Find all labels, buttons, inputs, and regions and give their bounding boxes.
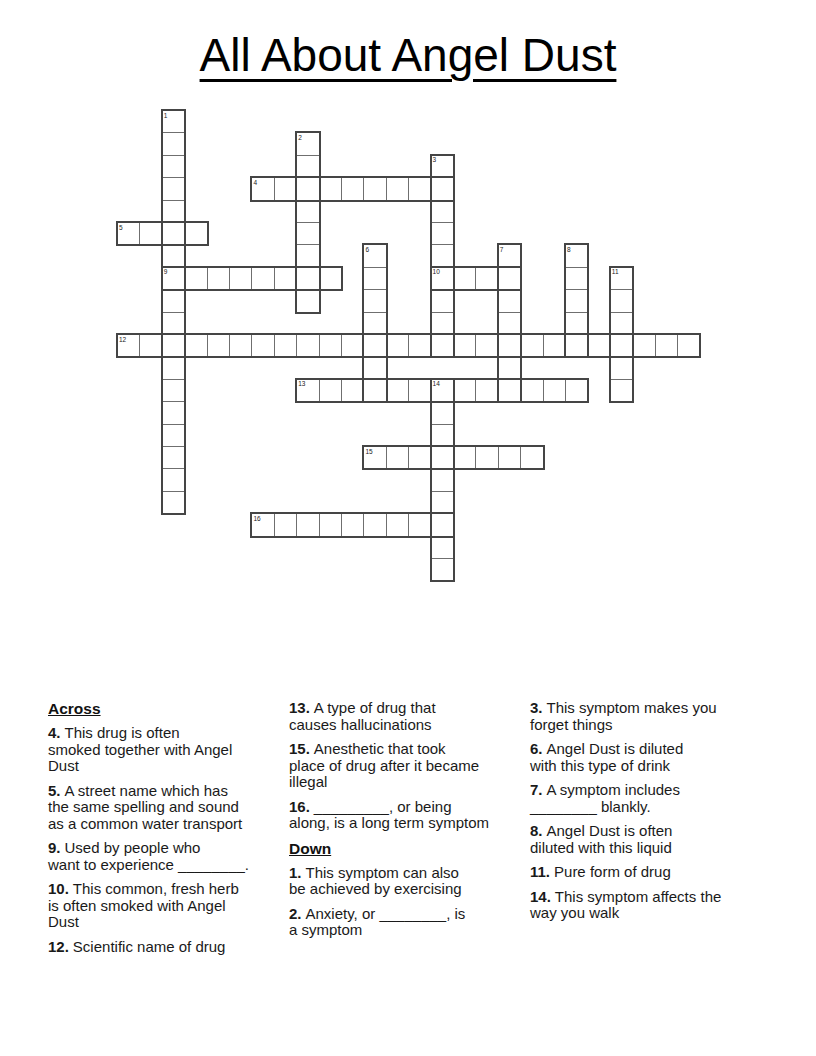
grid-cell[interactable] [431, 244, 454, 267]
clue-across-15: 15.Anesthetic that took place of drug af… [289, 741, 525, 791]
clue-text: This symptom affects the way you walk [530, 888, 721, 922]
grid-cell[interactable] [319, 334, 342, 357]
grid-cell[interactable] [565, 244, 588, 267]
grid-cell[interactable] [386, 513, 409, 536]
clue-across-5: 5.A street name which has the same spell… [48, 783, 284, 833]
grid-cell[interactable] [453, 267, 476, 290]
grid-cell[interactable] [520, 446, 543, 469]
grid-cell[interactable] [184, 222, 207, 245]
grid-cell[interactable] [162, 491, 185, 514]
crossword-worksheet-page: { "game": "crossword", "title": "All Abo… [0, 0, 816, 1056]
grid-cell[interactable] [162, 446, 185, 469]
grid-cell[interactable] [565, 379, 588, 402]
clue-number-label: 15. [289, 740, 310, 757]
grid-cell[interactable] [363, 267, 386, 290]
grid-cell[interactable] [498, 289, 521, 312]
clue-text: Anesthetic that took place of drug after… [289, 740, 479, 790]
clue-number-label: 6. [530, 740, 543, 757]
grid-cell[interactable] [296, 177, 319, 200]
grid-cell[interactable] [520, 379, 543, 402]
grid-cell[interactable] [319, 267, 342, 290]
grid-cell[interactable] [251, 267, 274, 290]
grid-cell[interactable] [162, 424, 185, 447]
grid-cell[interactable] [341, 513, 364, 536]
clue-across-12: 12.Scientific name of drug [48, 939, 284, 956]
grid-cell[interactable] [363, 289, 386, 312]
grid-cell[interactable] [498, 446, 521, 469]
grid-cell[interactable] [431, 379, 454, 402]
grid-cell[interactable] [610, 312, 633, 335]
clue-column-3: 3.This symptom makes you forget things6.… [530, 700, 766, 930]
grid-cell[interactable] [296, 200, 319, 223]
grid-cell[interactable] [431, 155, 454, 178]
grid-cell[interactable] [341, 334, 364, 357]
clue-text: A symptom includes ________ blankly. [530, 781, 680, 815]
grid-cell[interactable] [543, 379, 566, 402]
grid-cell[interactable] [498, 334, 521, 357]
grid-cell[interactable] [431, 446, 454, 469]
grid-cell[interactable] [431, 491, 454, 514]
grid-cell[interactable] [363, 244, 386, 267]
grid-cell[interactable] [431, 513, 454, 536]
clue-text: Used by people who want to experience __… [48, 839, 249, 873]
grid-cell[interactable] [274, 334, 297, 357]
clues-heading-down: Down [289, 840, 525, 858]
grid-cell[interactable] [498, 244, 521, 267]
clue-down-7: 7.A symptom includes ________ blankly. [530, 782, 766, 815]
grid-cell[interactable] [453, 379, 476, 402]
grid-cell[interactable] [386, 446, 409, 469]
clue-number-label: 2. [289, 905, 302, 922]
grid-cell[interactable] [431, 177, 454, 200]
clue-column-1: Across4.This drug is often smoked togeth… [48, 700, 284, 963]
grid-cell[interactable] [632, 334, 655, 357]
clue-number-label: 11. [530, 863, 550, 880]
clue-number-label: 10. [48, 880, 69, 897]
grid-cell[interactable] [565, 267, 588, 290]
grid-cell[interactable] [610, 334, 633, 357]
grid-cell[interactable] [431, 424, 454, 447]
grid-cell[interactable] [139, 334, 162, 357]
clue-number-label: 12. [48, 938, 69, 955]
clue-number-label: 7. [530, 781, 543, 798]
grid-cell[interactable] [363, 379, 386, 402]
grid-cell[interactable] [162, 379, 185, 402]
clue-text: This symptom makes you forget things [530, 699, 717, 733]
clue-text: This drug is often smoked together with … [48, 724, 232, 774]
grid-cell[interactable] [274, 267, 297, 290]
grid-cell[interactable] [363, 446, 386, 469]
clue-number-label: 4. [48, 724, 61, 741]
grid-cell[interactable] [162, 110, 185, 133]
clue-text: This symptom can also be achieved by exe… [289, 864, 462, 898]
grid-cell[interactable] [162, 155, 185, 178]
clue-text: Pure form of drug [554, 863, 671, 880]
grid-cell[interactable] [475, 267, 498, 290]
clue-text: This common, fresh herb is often smoked … [48, 880, 239, 930]
clues-heading-across: Across [48, 700, 284, 718]
grid-cell[interactable] [296, 334, 319, 357]
crossword-grid: 12345678910111213141516 [117, 110, 699, 580]
grid-cell[interactable] [274, 177, 297, 200]
grid-cell[interactable] [431, 289, 454, 312]
grid-cell[interactable] [677, 334, 700, 357]
grid-cell[interactable] [296, 132, 319, 155]
grid-cell[interactable] [498, 379, 521, 402]
grid-cell[interactable] [162, 289, 185, 312]
clue-down-6: 6.Angel Dust is diluted with this type o… [530, 741, 766, 774]
grid-cell[interactable] [610, 356, 633, 379]
clue-text: Angel Dust is often diluted with this li… [530, 822, 672, 856]
clue-down-2: 2.Anxiety, or ________, is a symptom [289, 906, 525, 939]
grid-cell[interactable] [386, 177, 409, 200]
grid-cell[interactable] [543, 334, 566, 357]
clue-across-13: 13.A type of drug that causes hallucinat… [289, 700, 525, 733]
grid-cell[interactable] [408, 513, 431, 536]
clue-number-label: 9. [48, 839, 61, 856]
grid-cell[interactable] [431, 401, 454, 424]
clue-number-label: 13. [289, 699, 310, 716]
grid-cell[interactable] [341, 177, 364, 200]
grid-cell[interactable] [520, 334, 543, 357]
grid-cell[interactable] [162, 244, 185, 267]
clue-text: A street name which has the same spellin… [48, 782, 242, 832]
grid-cell[interactable] [565, 289, 588, 312]
grid-cell[interactable] [498, 312, 521, 335]
grid-cell[interactable] [431, 536, 454, 559]
grid-cell[interactable] [319, 177, 342, 200]
grid-cell[interactable] [453, 334, 476, 357]
grid-cell[interactable] [610, 289, 633, 312]
grid-cell[interactable] [363, 312, 386, 335]
clue-down-14: 14.This symptom affects the way you walk [530, 889, 766, 922]
grid-cell[interactable] [274, 513, 297, 536]
grid-cell[interactable] [184, 267, 207, 290]
clue-across-10: 10.This common, fresh herb is often smok… [48, 881, 284, 931]
grid-cell[interactable] [341, 379, 364, 402]
grid-cell[interactable] [610, 379, 633, 402]
grid-cell[interactable] [162, 222, 185, 245]
grid-cell[interactable] [296, 379, 319, 402]
grid-cell[interactable] [251, 513, 274, 536]
grid-cell[interactable] [251, 334, 274, 357]
grid-cell[interactable] [229, 334, 252, 357]
grid-cell[interactable] [431, 312, 454, 335]
grid-cell[interactable] [296, 289, 319, 312]
grid-cell[interactable] [386, 334, 409, 357]
grid-cell[interactable] [162, 312, 185, 335]
grid-cell[interactable] [475, 379, 498, 402]
grid-cell[interactable] [498, 356, 521, 379]
grid-cell[interactable] [229, 267, 252, 290]
clue-number-label: 8. [530, 822, 543, 839]
grid-cell[interactable] [408, 334, 431, 357]
grid-cell[interactable] [431, 334, 454, 357]
grid-cell[interactable] [162, 401, 185, 424]
grid-cell[interactable] [408, 177, 431, 200]
clue-number-label: 1. [289, 864, 302, 881]
grid-cell[interactable] [610, 267, 633, 290]
grid-cell[interactable] [139, 222, 162, 245]
grid-cell[interactable] [386, 379, 409, 402]
grid-cell[interactable] [296, 513, 319, 536]
grid-cell[interactable] [408, 446, 431, 469]
grid-cell[interactable] [296, 267, 319, 290]
title-bar: All About Angel Dust [0, 28, 816, 82]
clue-down-3: 3.This symptom makes you forget things [530, 700, 766, 733]
clue-number-label: 14. [530, 888, 551, 905]
grid-cell[interactable] [431, 200, 454, 223]
grid-cell[interactable] [319, 513, 342, 536]
clue-column-2: 13.A type of drug that causes hallucinat… [289, 700, 525, 947]
grid-cell[interactable] [296, 155, 319, 178]
clue-number-label: 3. [530, 699, 543, 716]
clue-down-11: 11.Pure form of drug [530, 864, 766, 881]
grid-cell[interactable] [565, 312, 588, 335]
grid-cell[interactable] [475, 334, 498, 357]
grid-cell[interactable] [363, 513, 386, 536]
grid-cell[interactable] [319, 379, 342, 402]
clue-across-9: 9.Used by people who want to experience … [48, 840, 284, 873]
grid-cell[interactable] [162, 334, 185, 357]
grid-cell[interactable] [431, 558, 454, 581]
grid-cell[interactable] [162, 177, 185, 200]
grid-cell[interactable] [207, 334, 230, 357]
grid-cell[interactable] [162, 356, 185, 379]
grid-cell[interactable] [453, 446, 476, 469]
grid-cell[interactable] [296, 222, 319, 245]
clue-across-16: 16._________, or being along, is a long … [289, 799, 525, 832]
grid-cell[interactable] [498, 267, 521, 290]
clue-number-label: 5. [48, 782, 61, 799]
clue-text: Scientific name of drug [73, 938, 226, 955]
grid-cell[interactable] [296, 244, 319, 267]
grid-cell[interactable] [408, 379, 431, 402]
grid-cell[interactable] [431, 222, 454, 245]
grid-cell[interactable] [431, 468, 454, 491]
grid-cell[interactable] [162, 267, 185, 290]
clue-text: Anxiety, or ________, is a symptom [289, 905, 465, 939]
clue-down-1: 1.This symptom can also be achieved by e… [289, 865, 525, 898]
grid-cell[interactable] [207, 267, 230, 290]
clue-across-4: 4.This drug is often smoked together wit… [48, 725, 284, 775]
clue-text: Angel Dust is diluted with this type of … [530, 740, 683, 774]
grid-cell[interactable] [363, 356, 386, 379]
grid-cell[interactable] [117, 222, 140, 245]
grid-cell[interactable] [363, 177, 386, 200]
grid-cell[interactable] [117, 334, 140, 357]
grid-cell[interactable] [655, 334, 678, 357]
grid-cell[interactable] [475, 446, 498, 469]
grid-cell[interactable] [162, 200, 185, 223]
clue-down-8: 8.Angel Dust is often diluted with this … [530, 823, 766, 856]
puzzle-title: All About Angel Dust [200, 29, 617, 81]
grid-cell[interactable] [184, 334, 207, 357]
grid-cell[interactable] [251, 177, 274, 200]
grid-cell[interactable] [162, 132, 185, 155]
grid-cell[interactable] [587, 334, 610, 357]
clue-number-label: 16. [289, 798, 310, 815]
clue-text: _________, or being along, is a long ter… [289, 798, 489, 832]
grid-cell[interactable] [162, 468, 185, 491]
grid-cell[interactable] [363, 334, 386, 357]
grid-cell[interactable] [431, 267, 454, 290]
grid-cell[interactable] [565, 334, 588, 357]
clue-text: A type of drug that causes hallucination… [289, 699, 436, 733]
